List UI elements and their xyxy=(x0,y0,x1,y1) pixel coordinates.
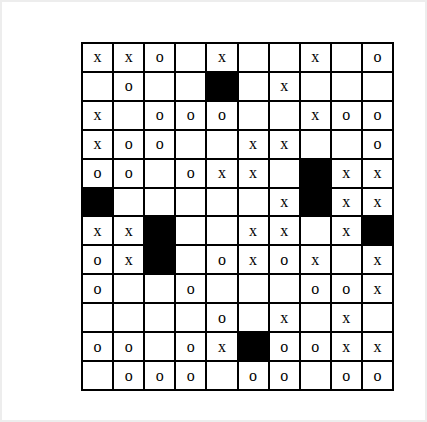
cell-r12c2[interactable]: o xyxy=(114,362,143,389)
cell-r8c1[interactable]: o xyxy=(83,246,112,273)
cell-r9c3[interactable] xyxy=(145,275,174,302)
cell-r8c4[interactable] xyxy=(176,246,205,273)
cell-r12c1[interactable] xyxy=(83,362,112,389)
cell-r9c7[interactable] xyxy=(270,275,299,302)
cell-r1c1[interactable]: x xyxy=(83,44,112,71)
cell-r2c6[interactable] xyxy=(239,73,268,100)
cell-r10c6[interactable] xyxy=(239,304,268,331)
cell-r7c8[interactable] xyxy=(301,217,330,244)
cell-r6c6[interactable] xyxy=(239,189,268,216)
blocked-cell-r6c8 xyxy=(301,189,330,216)
puzzle-grid: xxoxxooxxoooxooxooxxooooxxxxxxxxxxxxoxox… xyxy=(81,42,394,391)
cell-r3c10[interactable]: o xyxy=(363,102,392,129)
cell-r2c7[interactable]: x xyxy=(270,73,299,100)
cell-r10c1[interactable] xyxy=(83,304,112,331)
cell-r3c8[interactable]: x xyxy=(301,102,330,129)
cell-r1c4[interactable] xyxy=(176,44,205,71)
cell-r11c7[interactable]: o xyxy=(270,333,299,360)
cell-r4c6[interactable]: x xyxy=(239,131,268,158)
cell-r9c4[interactable]: o xyxy=(176,275,205,302)
cell-r4c4[interactable] xyxy=(176,131,205,158)
cell-r9c5[interactable] xyxy=(207,275,236,302)
cell-r5c7[interactable] xyxy=(270,160,299,187)
cell-r3c6[interactable] xyxy=(239,102,268,129)
cell-r9c1[interactable]: o xyxy=(83,275,112,302)
cell-r4c9[interactable] xyxy=(332,131,361,158)
cell-r4c5[interactable] xyxy=(207,131,236,158)
cell-r8c5[interactable]: o xyxy=(207,246,236,273)
cell-r2c8[interactable] xyxy=(301,73,330,100)
cell-r11c9[interactable]: x xyxy=(332,333,361,360)
cell-r4c7[interactable]: x xyxy=(270,131,299,158)
blocked-cell-r5c8 xyxy=(301,160,330,187)
cell-r10c5[interactable]: o xyxy=(207,304,236,331)
cell-r5c2[interactable]: o xyxy=(114,160,143,187)
cell-r7c6[interactable]: x xyxy=(239,217,268,244)
blocked-cell-r8c3 xyxy=(145,246,174,273)
cell-r1c2[interactable]: x xyxy=(114,44,143,71)
cell-r7c7[interactable]: x xyxy=(270,217,299,244)
cell-r10c7[interactable]: x xyxy=(270,304,299,331)
blocked-cell-r7c3 xyxy=(145,217,174,244)
cell-r3c4[interactable]: o xyxy=(176,102,205,129)
cell-r10c10[interactable] xyxy=(363,304,392,331)
cell-r10c8[interactable] xyxy=(301,304,330,331)
cell-r7c9[interactable]: x xyxy=(332,217,361,244)
cell-r11c2[interactable]: o xyxy=(114,333,143,360)
cell-r7c1[interactable]: x xyxy=(83,217,112,244)
cell-r1c5[interactable]: x xyxy=(207,44,236,71)
cell-r6c7[interactable]: x xyxy=(270,189,299,216)
cell-r4c2[interactable]: o xyxy=(114,131,143,158)
cell-r1c6[interactable] xyxy=(239,44,268,71)
cell-r7c2[interactable]: x xyxy=(114,217,143,244)
cell-r2c2[interactable]: o xyxy=(114,73,143,100)
cell-r6c5[interactable] xyxy=(207,189,236,216)
cell-r10c4[interactable] xyxy=(176,304,205,331)
cell-r3c9[interactable]: o xyxy=(332,102,361,129)
cell-r8c6[interactable]: x xyxy=(239,246,268,273)
cell-r7c4[interactable] xyxy=(176,217,205,244)
cell-r3c1[interactable]: x xyxy=(83,102,112,129)
cell-r5c5[interactable]: x xyxy=(207,160,236,187)
cell-r12c6[interactable]: o xyxy=(239,362,268,389)
cell-r8c9[interactable] xyxy=(332,246,361,273)
cell-r8c7[interactable]: o xyxy=(270,246,299,273)
cell-r11c4[interactable]: o xyxy=(176,333,205,360)
blocked-cell-r2c5 xyxy=(207,73,236,100)
cell-r4c1[interactable]: x xyxy=(83,131,112,158)
cell-r4c10[interactable]: o xyxy=(363,131,392,158)
cell-r1c8[interactable]: x xyxy=(301,44,330,71)
cell-r5c1[interactable]: o xyxy=(83,160,112,187)
cell-r12c10[interactable]: o xyxy=(363,362,392,389)
cell-r10c3[interactable] xyxy=(145,304,174,331)
cell-r5c3[interactable] xyxy=(145,160,174,187)
cell-r5c6[interactable]: x xyxy=(239,160,268,187)
cell-r5c4[interactable]: o xyxy=(176,160,205,187)
cell-r7c5[interactable] xyxy=(207,217,236,244)
cell-r11c5[interactable]: x xyxy=(207,333,236,360)
cell-r12c4[interactable]: o xyxy=(176,362,205,389)
cell-r6c4[interactable] xyxy=(176,189,205,216)
cell-r11c1[interactable]: o xyxy=(83,333,112,360)
cell-r2c9[interactable] xyxy=(332,73,361,100)
cell-r12c5[interactable] xyxy=(207,362,236,389)
cell-r4c8[interactable] xyxy=(301,131,330,158)
blocked-cell-r11c6 xyxy=(239,333,268,360)
blocked-cell-r7c10 xyxy=(363,217,392,244)
cell-r3c2[interactable] xyxy=(114,102,143,129)
cell-r6c9[interactable]: x xyxy=(332,189,361,216)
cell-r8c10[interactable]: x xyxy=(363,246,392,273)
cell-r9c10[interactable]: x xyxy=(363,275,392,302)
cell-r5c10[interactable]: x xyxy=(363,160,392,187)
cell-r1c10[interactable]: o xyxy=(363,44,392,71)
cell-r3c7[interactable] xyxy=(270,102,299,129)
cell-r11c3[interactable] xyxy=(145,333,174,360)
blocked-cell-r6c1 xyxy=(83,189,112,216)
cell-r9c8[interactable]: o xyxy=(301,275,330,302)
cell-r3c5[interactable]: o xyxy=(207,102,236,129)
cell-r11c10[interactable]: x xyxy=(363,333,392,360)
cell-r6c2[interactable] xyxy=(114,189,143,216)
cell-r5c9[interactable]: x xyxy=(332,160,361,187)
cell-r12c8[interactable] xyxy=(301,362,330,389)
cell-r2c1[interactable] xyxy=(83,73,112,100)
cell-r9c9[interactable]: o xyxy=(332,275,361,302)
cell-r1c9[interactable] xyxy=(332,44,361,71)
cell-r1c7[interactable] xyxy=(270,44,299,71)
cell-r6c3[interactable] xyxy=(145,189,174,216)
cell-r4c3[interactable]: o xyxy=(145,131,174,158)
cell-r2c3[interactable] xyxy=(145,73,174,100)
cell-r9c2[interactable] xyxy=(114,275,143,302)
cell-r12c9[interactable]: o xyxy=(332,362,361,389)
cell-r9c6[interactable] xyxy=(239,275,268,302)
cell-r12c3[interactable]: o xyxy=(145,362,174,389)
cell-r12c7[interactable]: o xyxy=(270,362,299,389)
cell-r10c9[interactable]: x xyxy=(332,304,361,331)
cell-r2c10[interactable] xyxy=(363,73,392,100)
cell-r3c3[interactable]: o xyxy=(145,102,174,129)
cell-r8c8[interactable]: x xyxy=(301,246,330,273)
cell-r8c2[interactable]: x xyxy=(114,246,143,273)
cell-r10c2[interactable] xyxy=(114,304,143,331)
cell-r2c4[interactable] xyxy=(176,73,205,100)
cell-r11c8[interactable]: o xyxy=(301,333,330,360)
cell-r1c3[interactable]: o xyxy=(145,44,174,71)
puzzle-page: xxoxxooxxoooxooxooxxooooxxxxxxxxxxxxoxox… xyxy=(0,0,427,422)
cell-r6c10[interactable]: x xyxy=(363,189,392,216)
